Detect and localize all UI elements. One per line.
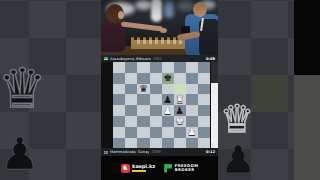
blurred-eval-bar-background bbox=[294, 0, 320, 180]
square-h1[interactable] bbox=[113, 62, 125, 73]
blurred-highlight-square bbox=[251, 75, 288, 112]
video-strip: Assaubayeva, Bibisara 2301 0:09 ♚♛♟♜♟♟♚♟… bbox=[101, 0, 218, 180]
sponsor-right-line2: BROKER bbox=[175, 168, 199, 172]
top-player-flag-icon bbox=[104, 57, 108, 60]
square-c8[interactable] bbox=[174, 138, 186, 149]
evaluation-bar bbox=[211, 62, 218, 149]
square-d8[interactable] bbox=[162, 138, 174, 149]
square-b5[interactable] bbox=[186, 105, 198, 116]
square-f5[interactable] bbox=[137, 105, 149, 116]
white-rook-piece[interactable]: ♜ bbox=[175, 95, 184, 105]
square-e8[interactable] bbox=[150, 138, 162, 149]
chess-board: ♚♛♟♜♟♟♚♟ bbox=[113, 62, 210, 149]
square-c1[interactable] bbox=[174, 62, 186, 73]
square-e2[interactable] bbox=[150, 73, 162, 84]
top-player-name: Assaubayeva, Bibisara bbox=[110, 57, 151, 61]
square-b3[interactable] bbox=[186, 84, 198, 95]
square-f1[interactable] bbox=[137, 62, 149, 73]
eval-black-segment bbox=[211, 62, 218, 83]
white-pawn-piece[interactable]: ♟ bbox=[187, 127, 196, 137]
square-f6[interactable] bbox=[137, 116, 149, 127]
players-video[interactable] bbox=[101, 0, 218, 56]
square-f2[interactable] bbox=[137, 73, 149, 84]
white-king-piece[interactable]: ♚ bbox=[175, 116, 184, 126]
square-h8[interactable] bbox=[113, 138, 125, 149]
square-h6[interactable] bbox=[113, 116, 125, 127]
red-knight-logo-icon: ♞ bbox=[121, 164, 130, 173]
square-a8[interactable] bbox=[198, 138, 210, 149]
square-g3[interactable] bbox=[125, 84, 137, 95]
bottom-player-bar: Mammadzada, Gunay 2339 0:12 bbox=[101, 148, 218, 156]
square-f3[interactable]: ♛ bbox=[137, 84, 149, 95]
square-b1[interactable] bbox=[186, 62, 198, 73]
square-g6[interactable] bbox=[125, 116, 137, 127]
bottom-player-clock: 0:12 bbox=[206, 150, 215, 154]
square-g7[interactable] bbox=[125, 127, 137, 138]
square-c3[interactable] bbox=[174, 84, 186, 95]
square-d7[interactable] bbox=[162, 127, 174, 138]
square-e5[interactable] bbox=[150, 105, 162, 116]
square-e7[interactable] bbox=[150, 127, 162, 138]
bottom-player-flag-icon bbox=[104, 151, 108, 154]
square-h3[interactable] bbox=[113, 84, 125, 95]
square-a7[interactable] bbox=[198, 127, 210, 138]
sponsor-left-wordmark: kaspi.kz bbox=[132, 164, 155, 170]
square-a3[interactable] bbox=[198, 84, 210, 95]
square-f4[interactable] bbox=[137, 94, 149, 105]
square-g4[interactable] bbox=[125, 94, 137, 105]
square-g1[interactable] bbox=[125, 62, 137, 73]
freedom-flag-logo-icon bbox=[164, 164, 172, 173]
black-pawn-piece[interactable]: ♟ bbox=[163, 95, 172, 105]
square-e4[interactable] bbox=[150, 94, 162, 105]
black-queen-piece[interactable]: ♛ bbox=[139, 84, 148, 94]
square-h5[interactable] bbox=[113, 105, 125, 116]
bottom-player-rating: 2339 bbox=[151, 150, 160, 154]
square-e3[interactable] bbox=[150, 84, 162, 95]
sponsor-footer: ♞ kaspi.kz FREEDOM BROKER bbox=[101, 156, 218, 180]
square-c6[interactable]: ♚ bbox=[174, 116, 186, 127]
square-a1[interactable] bbox=[198, 62, 210, 73]
square-g8[interactable] bbox=[125, 138, 137, 149]
square-a6[interactable] bbox=[198, 116, 210, 127]
sponsor-left: ♞ kaspi.kz bbox=[121, 164, 156, 173]
square-g5[interactable] bbox=[125, 105, 137, 116]
white-pawn-piece[interactable]: ♟ bbox=[163, 106, 172, 116]
square-d2[interactable]: ♚ bbox=[162, 73, 174, 84]
square-a2[interactable] bbox=[198, 73, 210, 84]
square-c7[interactable] bbox=[174, 127, 186, 138]
square-c2[interactable] bbox=[174, 73, 186, 84]
square-a4[interactable] bbox=[198, 94, 210, 105]
square-e1[interactable] bbox=[150, 62, 162, 73]
video-vignette bbox=[101, 0, 218, 56]
square-d6[interactable] bbox=[162, 116, 174, 127]
square-f7[interactable] bbox=[137, 127, 149, 138]
square-a5[interactable] bbox=[198, 105, 210, 116]
square-b4[interactable] bbox=[186, 94, 198, 105]
black-king-piece[interactable]: ♚ bbox=[163, 73, 172, 83]
square-b2[interactable] bbox=[186, 73, 198, 84]
square-d5[interactable]: ♟ bbox=[162, 105, 174, 116]
top-player-clock: 0:09 bbox=[206, 57, 215, 61]
square-b8[interactable] bbox=[186, 138, 198, 149]
bottom-player-name: Mammadzada, Gunay bbox=[110, 150, 149, 154]
sponsor-right: FREEDOM BROKER bbox=[164, 164, 198, 173]
square-h4[interactable] bbox=[113, 94, 125, 105]
eval-white-segment bbox=[211, 83, 218, 149]
square-d4[interactable]: ♟ bbox=[162, 94, 174, 105]
square-b7[interactable]: ♟ bbox=[186, 127, 198, 138]
square-f8[interactable] bbox=[137, 138, 149, 149]
square-g2[interactable] bbox=[125, 73, 137, 84]
square-h7[interactable] bbox=[113, 127, 125, 138]
square-d3[interactable] bbox=[162, 84, 174, 95]
square-h2[interactable] bbox=[113, 73, 125, 84]
top-player-bar: Assaubayeva, Bibisara 2301 0:09 bbox=[101, 55, 218, 62]
square-c4[interactable]: ♜ bbox=[174, 94, 186, 105]
sponsor-left-accent bbox=[132, 170, 146, 172]
square-e6[interactable] bbox=[150, 116, 162, 127]
screenshot-stage: ♛ ♟ ♛ ♟ bbox=[0, 0, 320, 180]
top-player-rating: 2301 bbox=[153, 57, 162, 61]
